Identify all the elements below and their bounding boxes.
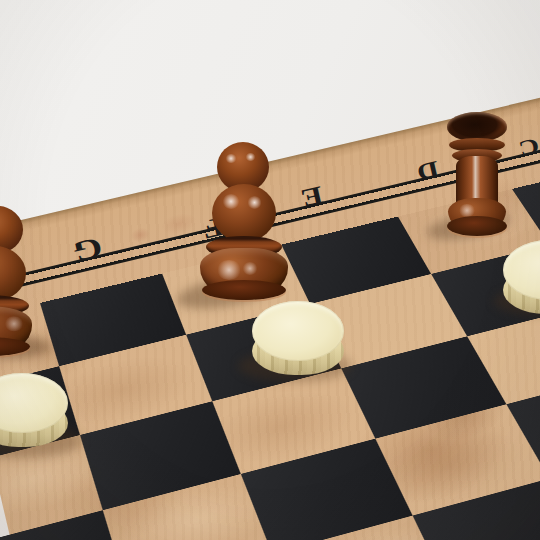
highlight bbox=[222, 194, 240, 209]
file-label-g: G bbox=[71, 233, 106, 268]
pawn-f1[interactable] bbox=[198, 140, 290, 302]
disc-top bbox=[252, 301, 344, 361]
pawn-base-rim bbox=[202, 280, 286, 300]
highlight bbox=[225, 154, 237, 163]
highlight bbox=[242, 262, 258, 275]
photo-stage: G F E D C bbox=[0, 0, 540, 540]
highlight bbox=[216, 260, 242, 280]
pawn-body bbox=[0, 246, 26, 301]
pawn-h1[interactable] bbox=[0, 204, 34, 358]
disc-h2[interactable] bbox=[0, 373, 68, 449]
disc-e2[interactable] bbox=[252, 301, 344, 377]
rook-d1[interactable] bbox=[444, 110, 510, 238]
file-label-c: C bbox=[517, 134, 540, 160]
pawn-body bbox=[212, 184, 276, 242]
highlight bbox=[4, 316, 24, 331]
highlight bbox=[247, 196, 262, 209]
rook-base-rim bbox=[447, 216, 507, 236]
highlight bbox=[245, 153, 256, 161]
disc-c2[interactable] bbox=[503, 240, 540, 316]
